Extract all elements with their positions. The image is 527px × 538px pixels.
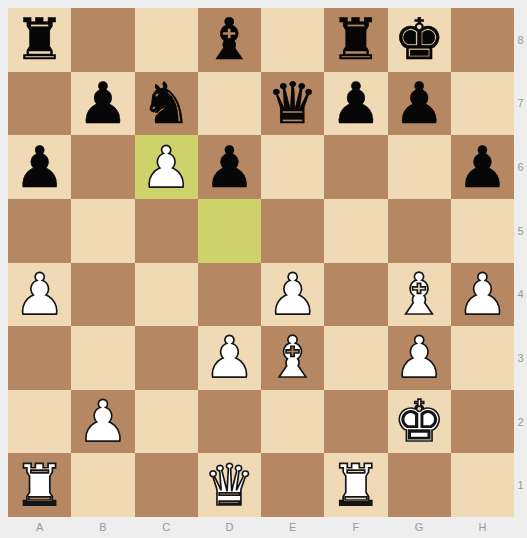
square-e3[interactable]: ♝ <box>261 326 324 390</box>
rank-label-1: 1 <box>514 453 527 517</box>
square-b5[interactable] <box>71 199 134 263</box>
square-g7[interactable]: ♟ <box>388 72 451 136</box>
square-d2[interactable] <box>198 390 261 454</box>
square-c4[interactable] <box>135 263 198 327</box>
square-b1[interactable] <box>71 453 134 517</box>
piece-white-queen[interactable]: ♛ <box>204 454 255 517</box>
piece-black-rook[interactable]: ♜ <box>330 8 381 71</box>
piece-black-pawn[interactable]: ♟ <box>204 136 255 199</box>
file-label-b: B <box>71 517 134 538</box>
square-g1[interactable] <box>388 453 451 517</box>
piece-black-pawn[interactable]: ♟ <box>77 72 128 135</box>
piece-black-pawn[interactable]: ♟ <box>457 136 508 199</box>
piece-black-pawn[interactable]: ♟ <box>14 136 65 199</box>
piece-black-rook[interactable]: ♜ <box>14 8 65 71</box>
square-d8[interactable]: ♝ <box>198 8 261 72</box>
piece-white-pawn[interactable]: ♟ <box>204 326 255 389</box>
square-f4[interactable] <box>324 263 387 327</box>
rank-labels: 87654321 <box>514 8 527 517</box>
file-labels: ABCDEFGH <box>8 517 514 538</box>
square-f3[interactable] <box>324 326 387 390</box>
square-g3[interactable]: ♟ <box>388 326 451 390</box>
rank-label-6: 6 <box>514 135 527 199</box>
piece-black-queen[interactable]: ♛ <box>267 72 318 135</box>
rank-label-5: 5 <box>514 199 527 263</box>
square-g4[interactable]: ♝ <box>388 263 451 327</box>
square-h4[interactable]: ♟ <box>451 263 514 327</box>
rank-label-4: 4 <box>514 263 527 327</box>
square-e7[interactable]: ♛ <box>261 72 324 136</box>
square-c7[interactable]: ♞ <box>135 72 198 136</box>
square-a8[interactable]: ♜ <box>8 8 71 72</box>
rank-label-8: 8 <box>514 8 527 72</box>
square-d5[interactable] <box>198 199 261 263</box>
piece-black-pawn[interactable]: ♟ <box>394 72 445 135</box>
square-a1[interactable]: ♜ <box>8 453 71 517</box>
square-e1[interactable] <box>261 453 324 517</box>
piece-white-pawn[interactable]: ♟ <box>267 263 318 326</box>
square-f1[interactable]: ♜ <box>324 453 387 517</box>
square-h7[interactable] <box>451 72 514 136</box>
square-e8[interactable] <box>261 8 324 72</box>
square-g5[interactable] <box>388 199 451 263</box>
file-label-d: D <box>198 517 261 538</box>
square-g2[interactable]: ♚ <box>388 390 451 454</box>
piece-black-knight[interactable]: ♞ <box>141 72 192 135</box>
square-h1[interactable] <box>451 453 514 517</box>
rank-label-2: 2 <box>514 390 527 454</box>
square-c1[interactable] <box>135 453 198 517</box>
square-b7[interactable]: ♟ <box>71 72 134 136</box>
square-e6[interactable] <box>261 135 324 199</box>
rank-label-7: 7 <box>514 72 527 136</box>
square-h6[interactable]: ♟ <box>451 135 514 199</box>
square-a6[interactable]: ♟ <box>8 135 71 199</box>
piece-white-pawn[interactable]: ♟ <box>457 263 508 326</box>
square-h2[interactable] <box>451 390 514 454</box>
square-e4[interactable]: ♟ <box>261 263 324 327</box>
square-g6[interactable] <box>388 135 451 199</box>
square-b3[interactable] <box>71 326 134 390</box>
piece-black-king[interactable]: ♚ <box>394 8 445 71</box>
square-b2[interactable]: ♟ <box>71 390 134 454</box>
square-d3[interactable]: ♟ <box>198 326 261 390</box>
square-f8[interactable]: ♜ <box>324 8 387 72</box>
piece-white-king[interactable]: ♚ <box>394 390 445 453</box>
file-label-h: H <box>451 517 514 538</box>
square-a5[interactable] <box>8 199 71 263</box>
square-h5[interactable] <box>451 199 514 263</box>
piece-white-rook[interactable]: ♜ <box>14 454 65 517</box>
square-d6[interactable]: ♟ <box>198 135 261 199</box>
piece-white-bishop[interactable]: ♝ <box>267 326 318 389</box>
piece-white-pawn[interactable]: ♟ <box>141 136 192 199</box>
square-f7[interactable]: ♟ <box>324 72 387 136</box>
file-label-e: E <box>261 517 324 538</box>
chess-board: ♜♝♜♚♟♞♛♟♟♟♟♟♟♟♟♝♟♟♝♟♟♚♜♛♜ <box>8 8 514 517</box>
square-c3[interactable] <box>135 326 198 390</box>
rank-label-3: 3 <box>514 326 527 390</box>
square-f2[interactable] <box>324 390 387 454</box>
square-f5[interactable] <box>324 199 387 263</box>
piece-white-pawn[interactable]: ♟ <box>14 263 65 326</box>
piece-white-pawn[interactable]: ♟ <box>394 326 445 389</box>
piece-white-rook[interactable]: ♜ <box>330 454 381 517</box>
square-e2[interactable] <box>261 390 324 454</box>
piece-black-bishop[interactable]: ♝ <box>204 8 255 71</box>
square-c5[interactable] <box>135 199 198 263</box>
square-b8[interactable] <box>71 8 134 72</box>
square-e5[interactable] <box>261 199 324 263</box>
square-a7[interactable] <box>8 72 71 136</box>
square-h3[interactable] <box>451 326 514 390</box>
square-c6[interactable]: ♟ <box>135 135 198 199</box>
square-h8[interactable] <box>451 8 514 72</box>
square-a3[interactable] <box>8 326 71 390</box>
square-d4[interactable] <box>198 263 261 327</box>
chess-board-panel: ♜♝♜♚♟♞♛♟♟♟♟♟♟♟♟♝♟♟♝♟♟♚♜♛♜ ABCDEFGH 87654… <box>0 0 527 538</box>
square-a2[interactable] <box>8 390 71 454</box>
square-b4[interactable] <box>71 263 134 327</box>
square-a4[interactable]: ♟ <box>8 263 71 327</box>
square-d7[interactable] <box>198 72 261 136</box>
file-label-f: F <box>324 517 387 538</box>
file-label-g: G <box>388 517 451 538</box>
piece-white-bishop[interactable]: ♝ <box>394 263 445 326</box>
file-label-c: C <box>135 517 198 538</box>
square-c8[interactable] <box>135 8 198 72</box>
square-d1[interactable]: ♛ <box>198 453 261 517</box>
piece-white-pawn[interactable]: ♟ <box>77 390 128 453</box>
square-b6[interactable] <box>71 135 134 199</box>
piece-black-pawn[interactable]: ♟ <box>330 72 381 135</box>
file-label-a: A <box>8 517 71 538</box>
square-f6[interactable] <box>324 135 387 199</box>
square-g8[interactable]: ♚ <box>388 8 451 72</box>
square-c2[interactable] <box>135 390 198 454</box>
